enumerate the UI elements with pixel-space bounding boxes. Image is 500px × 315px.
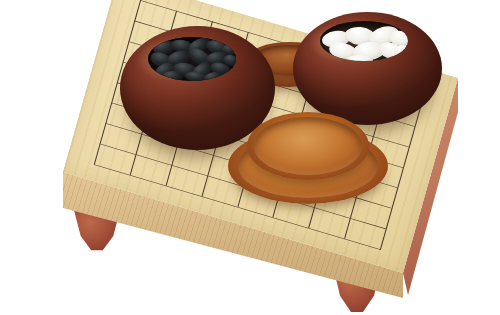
white-stone-bowl [293, 12, 442, 125]
white-stone [346, 55, 372, 61]
black-stone [162, 71, 183, 81]
front-lid-upper-face [254, 117, 361, 174]
black-bowl-mouth [148, 37, 236, 81]
front-lid-upper [247, 112, 369, 180]
white-bowl-mouth [320, 21, 408, 61]
go-set-photo [0, 0, 500, 315]
white-stone [394, 45, 408, 57]
